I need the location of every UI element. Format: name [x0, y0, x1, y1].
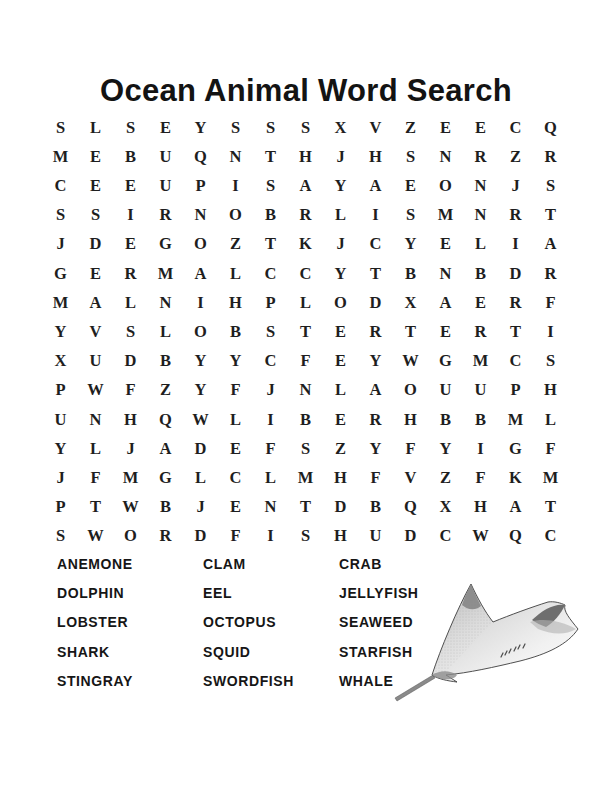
grid-cell-r2c13: R	[463, 142, 498, 171]
grid-cell-r9c1: X	[43, 347, 78, 376]
grid-cell-r11c7: I	[253, 405, 288, 434]
grid-cell-r1c14: C	[498, 113, 533, 142]
grid-cell-r9c11: W	[393, 347, 428, 376]
grid-cell-r13c6: C	[218, 463, 253, 492]
grid-cell-r3c2: E	[78, 171, 113, 200]
grid-cell-r1c4: E	[148, 113, 183, 142]
grid-cell-r9c5: Y	[183, 347, 218, 376]
grid-cell-r7c2: A	[78, 288, 113, 317]
grid-cell-r13c3: M	[113, 463, 148, 492]
grid-cell-r14c5: J	[183, 493, 218, 522]
grid-cell-r1c10: V	[358, 113, 393, 142]
grid-cell-r12c4: A	[148, 434, 183, 463]
grid-cell-r5c3: E	[113, 230, 148, 259]
grid-cell-r15c11: D	[393, 522, 428, 551]
grid-cell-r5c13: L	[463, 230, 498, 259]
grid-cell-r2c3: B	[113, 142, 148, 171]
stingray-tail	[395, 675, 435, 701]
grid-cell-r14c13: H	[463, 493, 498, 522]
grid-cell-r11c3: H	[113, 405, 148, 434]
grid-cell-r12c3: J	[113, 434, 148, 463]
grid-cell-r6c15: R	[533, 259, 568, 288]
grid-cell-r6c2: E	[78, 259, 113, 288]
grid-cell-r1c15: Q	[533, 113, 568, 142]
grid-cell-r8c15: I	[533, 317, 568, 346]
word-list-item-swordfish: SWORDFISH	[203, 674, 339, 703]
grid-cell-r7c15: F	[533, 288, 568, 317]
grid-cell-r8c7: S	[253, 317, 288, 346]
word-list-item-shark: SHARK	[57, 645, 203, 674]
grid-cell-r14c7: N	[253, 493, 288, 522]
grid-cell-r2c14: Z	[498, 142, 533, 171]
grid-cell-r7c5: I	[183, 288, 218, 317]
grid-cell-r10c14: P	[498, 376, 533, 405]
grid-cell-r7c1: M	[43, 288, 78, 317]
grid-cell-r15c2: W	[78, 522, 113, 551]
grid-cell-r3c5: P	[183, 171, 218, 200]
grid-cell-r6c3: R	[113, 259, 148, 288]
grid-cell-r11c15: L	[533, 405, 568, 434]
grid-cell-r12c15: F	[533, 434, 568, 463]
grid-cell-r10c8: N	[288, 376, 323, 405]
worksheet-page: { "game": "word-search", "title": "Ocean…	[0, 0, 612, 792]
grid-cell-r12c2: L	[78, 434, 113, 463]
grid-cell-r6c10: T	[358, 259, 393, 288]
grid-cell-r3c7: S	[253, 171, 288, 200]
grid-cell-r7c9: O	[323, 288, 358, 317]
grid-cell-r9c15: S	[533, 347, 568, 376]
grid-cell-r9c4: B	[148, 347, 183, 376]
grid-cell-r10c6: F	[218, 376, 253, 405]
grid-cell-r12c12: Y	[428, 434, 463, 463]
grid-cell-r8c4: L	[148, 317, 183, 346]
grid-cell-r8c13: R	[463, 317, 498, 346]
grid-cell-r2c10: H	[358, 142, 393, 171]
word-list: ANEMONEDOLPHINLOBSTERSHARKSTINGRAYCLAMEE…	[57, 557, 419, 703]
grid-cell-r5c6: Z	[218, 230, 253, 259]
grid-cell-r10c11: O	[393, 376, 428, 405]
word-list-item-dolphin: DOLPHIN	[57, 586, 203, 615]
grid-cell-r4c11: S	[393, 201, 428, 230]
grid-cell-r8c8: T	[288, 317, 323, 346]
grid-cell-r1c6: S	[218, 113, 253, 142]
grid-cell-r5c1: J	[43, 230, 78, 259]
grid-cell-r8c3: S	[113, 317, 148, 346]
grid-cell-r15c5: D	[183, 522, 218, 551]
grid-cell-r10c10: A	[358, 376, 393, 405]
grid-cell-r8c14: T	[498, 317, 533, 346]
grid-cell-r2c7: T	[253, 142, 288, 171]
grid-cell-r15c10: U	[358, 522, 393, 551]
grid-cell-r5c11: Y	[393, 230, 428, 259]
grid-cell-r2c9: J	[323, 142, 358, 171]
page-title: Ocean Animal Word Search	[0, 73, 612, 109]
grid-cell-r7c11: X	[393, 288, 428, 317]
letter-grid: SLSEYSSSXVZEECQMEBUQNTHJHSNRZRCEEUPISAYA…	[43, 113, 568, 551]
grid-cell-r13c9: H	[323, 463, 358, 492]
grid-cell-r9c9: E	[323, 347, 358, 376]
grid-cell-r14c15: T	[533, 493, 568, 522]
grid-cell-r5c12: E	[428, 230, 463, 259]
grid-cell-r14c4: B	[148, 493, 183, 522]
grid-cell-r11c5: W	[183, 405, 218, 434]
grid-cell-r12c11: F	[393, 434, 428, 463]
grid-cell-r4c1: S	[43, 201, 78, 230]
grid-cell-r4c4: R	[148, 201, 183, 230]
grid-cell-r15c1: S	[43, 522, 78, 551]
grid-cell-r10c1: P	[43, 376, 78, 405]
grid-cell-r12c14: G	[498, 434, 533, 463]
grid-cell-r9c6: Y	[218, 347, 253, 376]
grid-cell-r15c9: H	[323, 522, 358, 551]
grid-cell-r15c7: I	[253, 522, 288, 551]
grid-cell-r14c2: T	[78, 493, 113, 522]
grid-cell-r12c13: I	[463, 434, 498, 463]
grid-cell-r3c6: I	[218, 171, 253, 200]
grid-cell-r12c1: Y	[43, 434, 78, 463]
grid-cell-r5c5: O	[183, 230, 218, 259]
grid-cell-r15c4: R	[148, 522, 183, 551]
grid-cell-r5c7: T	[253, 230, 288, 259]
grid-cell-r1c13: E	[463, 113, 498, 142]
grid-cell-r1c7: S	[253, 113, 288, 142]
grid-cell-r8c1: Y	[43, 317, 78, 346]
grid-cell-r2c12: N	[428, 142, 463, 171]
grid-cell-r13c15: M	[533, 463, 568, 492]
grid-cell-r3c1: C	[43, 171, 78, 200]
grid-cell-r4c13: N	[463, 201, 498, 230]
grid-cell-r14c10: B	[358, 493, 393, 522]
grid-cell-r1c1: S	[43, 113, 78, 142]
grid-cell-r1c11: Z	[393, 113, 428, 142]
grid-cell-r13c12: Z	[428, 463, 463, 492]
grid-cell-r15c3: O	[113, 522, 148, 551]
grid-cell-r3c8: A	[288, 171, 323, 200]
grid-cell-r12c6: E	[218, 434, 253, 463]
grid-cell-r3c4: U	[148, 171, 183, 200]
grid-cell-r12c10: Y	[358, 434, 393, 463]
grid-cell-r10c4: Z	[148, 376, 183, 405]
grid-cell-r8c6: B	[218, 317, 253, 346]
grid-cell-r10c7: J	[253, 376, 288, 405]
word-list-item-octopus: OCTOPUS	[203, 615, 339, 644]
grid-cell-r7c7: P	[253, 288, 288, 317]
grid-cell-r6c6: L	[218, 259, 253, 288]
grid-cell-r4c15: T	[533, 201, 568, 230]
grid-cell-r7c12: A	[428, 288, 463, 317]
stingray-illustration	[390, 562, 612, 712]
grid-cell-r3c12: O	[428, 171, 463, 200]
grid-cell-r11c2: N	[78, 405, 113, 434]
grid-cell-r2c8: H	[288, 142, 323, 171]
grid-cell-r7c4: N	[148, 288, 183, 317]
grid-cell-r13c5: L	[183, 463, 218, 492]
grid-cell-r3c14: J	[498, 171, 533, 200]
grid-cell-r1c8: S	[288, 113, 323, 142]
grid-cell-r7c13: E	[463, 288, 498, 317]
grid-cell-r13c1: J	[43, 463, 78, 492]
grid-cell-r15c15: C	[533, 522, 568, 551]
grid-cell-r10c15: H	[533, 376, 568, 405]
grid-cell-r7c10: D	[358, 288, 393, 317]
grid-cell-r3c13: N	[463, 171, 498, 200]
grid-cell-r13c4: G	[148, 463, 183, 492]
grid-cell-r11c14: M	[498, 405, 533, 434]
grid-cell-r4c6: O	[218, 201, 253, 230]
grid-cell-r2c1: M	[43, 142, 78, 171]
grid-cell-r13c11: V	[393, 463, 428, 492]
grid-cell-r7c3: L	[113, 288, 148, 317]
grid-cell-r5c9: J	[323, 230, 358, 259]
grid-cell-r10c2: W	[78, 376, 113, 405]
grid-cell-r9c13: M	[463, 347, 498, 376]
grid-cell-r3c11: E	[393, 171, 428, 200]
grid-cell-r1c12: E	[428, 113, 463, 142]
grid-cell-r9c7: C	[253, 347, 288, 376]
grid-cell-r14c8: T	[288, 493, 323, 522]
grid-cell-r5c2: D	[78, 230, 113, 259]
grid-cell-r3c3: E	[113, 171, 148, 200]
word-list-item-anemone: ANEMONE	[57, 557, 203, 586]
grid-cell-r13c8: M	[288, 463, 323, 492]
grid-cell-r13c10: F	[358, 463, 393, 492]
grid-cell-r11c9: E	[323, 405, 358, 434]
grid-cell-r13c13: F	[463, 463, 498, 492]
grid-cell-r15c14: Q	[498, 522, 533, 551]
word-list-item-lobster: LOBSTER	[57, 615, 203, 644]
grid-cell-r15c13: W	[463, 522, 498, 551]
grid-cell-r9c10: Y	[358, 347, 393, 376]
grid-cell-r9c12: G	[428, 347, 463, 376]
grid-cell-r4c14: R	[498, 201, 533, 230]
grid-cell-r14c14: A	[498, 493, 533, 522]
grid-cell-r8c10: R	[358, 317, 393, 346]
grid-cell-r1c2: L	[78, 113, 113, 142]
grid-cell-r14c3: W	[113, 493, 148, 522]
grid-cell-r4c7: B	[253, 201, 288, 230]
grid-cell-r12c7: F	[253, 434, 288, 463]
grid-cell-r5c15: A	[533, 230, 568, 259]
grid-cell-r14c6: E	[218, 493, 253, 522]
grid-cell-r2c6: N	[218, 142, 253, 171]
grid-cell-r15c12: C	[428, 522, 463, 551]
grid-cell-r8c9: E	[323, 317, 358, 346]
grid-cell-r6c1: G	[43, 259, 78, 288]
word-list-item-squid: SQUID	[203, 645, 339, 674]
grid-cell-r10c9: L	[323, 376, 358, 405]
grid-cell-r11c8: B	[288, 405, 323, 434]
grid-cell-r11c12: B	[428, 405, 463, 434]
grid-cell-r14c9: D	[323, 493, 358, 522]
grid-cell-r4c12: M	[428, 201, 463, 230]
grid-cell-r2c4: U	[148, 142, 183, 171]
grid-cell-r4c10: I	[358, 201, 393, 230]
grid-cell-r8c5: O	[183, 317, 218, 346]
grid-cell-r12c8: S	[288, 434, 323, 463]
grid-cell-r10c3: F	[113, 376, 148, 405]
grid-cell-r8c2: V	[78, 317, 113, 346]
grid-cell-r1c5: Y	[183, 113, 218, 142]
grid-cell-r9c3: D	[113, 347, 148, 376]
grid-cell-r4c5: N	[183, 201, 218, 230]
grid-cell-r9c8: F	[288, 347, 323, 376]
grid-cell-r8c12: E	[428, 317, 463, 346]
grid-cell-r11c4: Q	[148, 405, 183, 434]
grid-cell-r4c3: I	[113, 201, 148, 230]
grid-cell-r11c13: B	[463, 405, 498, 434]
grid-cell-r7c6: H	[218, 288, 253, 317]
word-list-item-clam: CLAM	[203, 557, 339, 586]
grid-cell-r11c10: R	[358, 405, 393, 434]
grid-cell-r12c9: Z	[323, 434, 358, 463]
grid-cell-r5c4: G	[148, 230, 183, 259]
grid-cell-r6c7: C	[253, 259, 288, 288]
grid-cell-r6c12: N	[428, 259, 463, 288]
grid-cell-r4c8: R	[288, 201, 323, 230]
grid-cell-r2c2: E	[78, 142, 113, 171]
grid-cell-r6c11: B	[393, 259, 428, 288]
grid-cell-r1c9: X	[323, 113, 358, 142]
grid-cell-r15c6: F	[218, 522, 253, 551]
grid-cell-r2c5: Q	[183, 142, 218, 171]
grid-cell-r10c13: U	[463, 376, 498, 405]
grid-cell-r8c11: T	[393, 317, 428, 346]
grid-cell-r12c5: D	[183, 434, 218, 463]
word-list-item-eel: EEL	[203, 586, 339, 615]
grid-cell-r14c1: P	[43, 493, 78, 522]
grid-cell-r6c14: D	[498, 259, 533, 288]
grid-cell-r6c9: Y	[323, 259, 358, 288]
grid-cell-r11c11: H	[393, 405, 428, 434]
grid-cell-r15c8: S	[288, 522, 323, 551]
grid-cell-r11c6: L	[218, 405, 253, 434]
grid-cell-r6c8: C	[288, 259, 323, 288]
grid-cell-r1c3: S	[113, 113, 148, 142]
grid-cell-r7c8: L	[288, 288, 323, 317]
grid-cell-r7c14: R	[498, 288, 533, 317]
grid-cell-r14c11: Q	[393, 493, 428, 522]
grid-cell-r5c14: I	[498, 230, 533, 259]
grid-cell-r6c5: A	[183, 259, 218, 288]
grid-cell-r13c14: K	[498, 463, 533, 492]
grid-cell-r2c15: R	[533, 142, 568, 171]
grid-cell-r4c2: S	[78, 201, 113, 230]
grid-cell-r9c2: U	[78, 347, 113, 376]
grid-cell-r3c15: S	[533, 171, 568, 200]
grid-cell-r10c5: Y	[183, 376, 218, 405]
grid-cell-r6c4: M	[148, 259, 183, 288]
grid-cell-r4c9: L	[323, 201, 358, 230]
grid-cell-r6c13: B	[463, 259, 498, 288]
grid-cell-r9c14: C	[498, 347, 533, 376]
grid-cell-r13c2: F	[78, 463, 113, 492]
word-list-item-stingray: STINGRAY	[57, 674, 203, 703]
grid-cell-r3c9: Y	[323, 171, 358, 200]
grid-cell-r14c12: X	[428, 493, 463, 522]
grid-cell-r13c7: L	[253, 463, 288, 492]
grid-cell-r3c10: A	[358, 171, 393, 200]
grid-cell-r2c11: S	[393, 142, 428, 171]
grid-cell-r11c1: U	[43, 405, 78, 434]
grid-cell-r5c10: C	[358, 230, 393, 259]
grid-cell-r10c12: U	[428, 376, 463, 405]
grid-cell-r5c8: K	[288, 230, 323, 259]
